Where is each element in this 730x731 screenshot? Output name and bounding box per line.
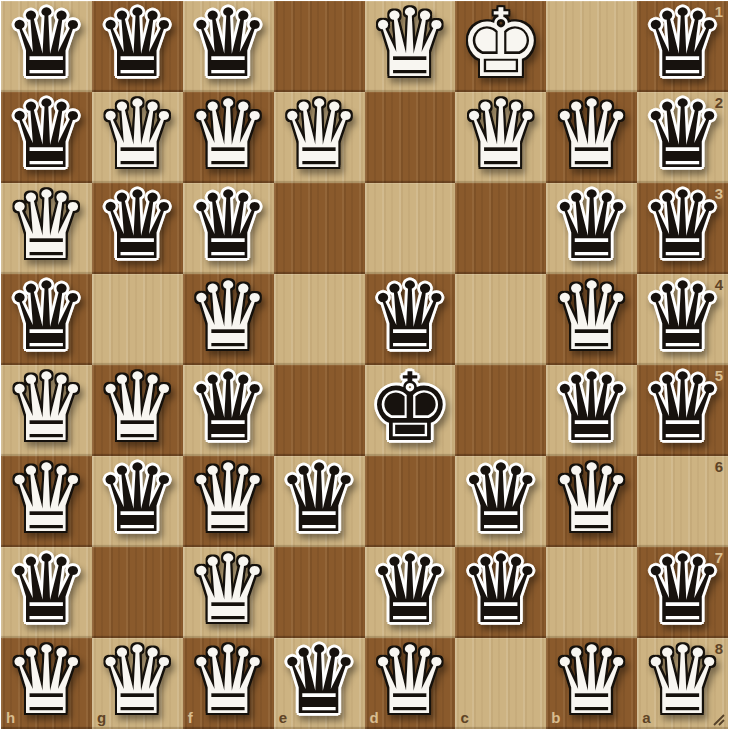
black-queen-piece[interactable]: ♛ [365,547,456,635]
white-queen-piece[interactable]: ♛ [92,365,183,453]
white-queen-piece[interactable]: ♛ [546,92,637,180]
black-queen-piece[interactable]: ♛ [1,547,92,635]
white-queen-piece[interactable]: ♛ [183,638,274,726]
black-queen-piece[interactable]: ♛ [1,1,92,89]
square-g1[interactable]: ♛ [92,1,183,92]
black-queen-piece[interactable]: ♛ [637,547,728,635]
square-f3[interactable]: ♛ [183,183,274,274]
white-queen-piece[interactable]: ♛ [183,92,274,180]
square-f5[interactable]: ♛ [183,365,274,456]
black-queen-piece[interactable]: ♛ [183,183,274,271]
square-g3[interactable]: ♛ [92,183,183,274]
black-king-piece[interactable]: ♚ [365,365,456,453]
square-g6[interactable]: ♛ [92,456,183,547]
black-queen-piece[interactable]: ♛ [455,456,546,544]
white-queen-piece[interactable]: ♛ [365,1,456,89]
square-b2[interactable]: ♛ [546,92,637,183]
square-e3[interactable] [274,183,365,274]
square-h1[interactable]: ♛ [1,1,92,92]
square-c7[interactable]: ♛ [455,547,546,638]
square-e6[interactable]: ♛ [274,456,365,547]
black-queen-piece[interactable]: ♛ [183,1,274,89]
black-queen-piece[interactable]: ♛ [637,1,728,89]
square-f7[interactable]: ♛ [183,547,274,638]
black-queen-piece[interactable]: ♛ [92,183,183,271]
square-e4[interactable] [274,274,365,365]
white-queen-piece[interactable]: ♛ [183,274,274,362]
square-a5[interactable]: ♛5 [637,365,728,456]
square-h2[interactable]: ♛ [1,92,92,183]
square-f2[interactable]: ♛ [183,92,274,183]
square-f6[interactable]: ♛ [183,456,274,547]
black-queen-piece[interactable]: ♛ [546,183,637,271]
square-d7[interactable]: ♛ [365,547,456,638]
black-queen-piece[interactable]: ♛ [1,274,92,362]
square-e7[interactable] [274,547,365,638]
rank-label-6: 6 [715,459,723,474]
square-f4[interactable]: ♛ [183,274,274,365]
square-d4[interactable]: ♛ [365,274,456,365]
square-g2[interactable]: ♛ [92,92,183,183]
square-b8[interactable]: ♛b [546,638,637,729]
square-b4[interactable]: ♛ [546,274,637,365]
square-b1[interactable] [546,1,637,92]
square-c4[interactable] [455,274,546,365]
black-queen-piece[interactable]: ♛ [1,92,92,180]
black-queen-piece[interactable]: ♛ [183,365,274,453]
white-queen-piece[interactable]: ♛ [546,456,637,544]
white-queen-piece[interactable]: ♛ [183,456,274,544]
black-queen-piece[interactable]: ♛ [637,183,728,271]
file-label-c: c [460,710,468,725]
square-g4[interactable] [92,274,183,365]
white-queen-piece[interactable]: ♛ [183,547,274,635]
chess-board: ♛♛♛♛♚♛1♛♛♛♛♛♛♛2♛♛♛♛♛3♛♛♛♛♛4♛♛♛♚♛♛5♛♛♛♛♛♛… [1,1,728,729]
square-c6[interactable]: ♛ [455,456,546,547]
square-d6[interactable] [365,456,456,547]
square-h6[interactable]: ♛ [1,456,92,547]
black-queen-piece[interactable]: ♛ [455,547,546,635]
square-f1[interactable]: ♛ [183,1,274,92]
square-a7[interactable]: ♛7 [637,547,728,638]
square-g8[interactable]: ♛g [92,638,183,729]
square-a4[interactable]: ♛4 [637,274,728,365]
white-queen-piece[interactable]: ♛ [546,274,637,362]
black-queen-piece[interactable]: ♛ [637,274,728,362]
square-b6[interactable]: ♛ [546,456,637,547]
chess-board-container: ♛♛♛♛♚♛1♛♛♛♛♛♛♛2♛♛♛♛♛3♛♛♛♛♛4♛♛♛♚♛♛5♛♛♛♛♛♛… [0,0,730,731]
black-queen-piece[interactable]: ♛ [274,456,365,544]
square-a6[interactable]: 6 [637,456,728,547]
square-c2[interactable]: ♛ [455,92,546,183]
square-a3[interactable]: ♛3 [637,183,728,274]
square-b5[interactable]: ♛ [546,365,637,456]
white-queen-piece[interactable]: ♛ [92,92,183,180]
white-queen-piece[interactable]: ♛ [92,638,183,726]
black-queen-piece[interactable]: ♛ [546,365,637,453]
resize-grip-icon[interactable] [711,712,725,726]
square-h3[interactable]: ♛ [1,183,92,274]
white-queen-piece[interactable]: ♛ [1,638,92,726]
square-g5[interactable]: ♛ [92,365,183,456]
square-d2[interactable] [365,92,456,183]
square-e8[interactable]: ♛e [274,638,365,729]
black-queen-piece[interactable]: ♛ [92,456,183,544]
square-e1[interactable] [274,1,365,92]
black-queen-piece[interactable]: ♛ [365,274,456,362]
square-c5[interactable] [455,365,546,456]
square-e2[interactable]: ♛ [274,92,365,183]
square-d8[interactable]: ♛d [365,638,456,729]
square-h7[interactable]: ♛ [1,547,92,638]
white-queen-piece[interactable]: ♛ [274,92,365,180]
white-queen-piece[interactable]: ♛ [1,183,92,271]
square-c3[interactable] [455,183,546,274]
white-queen-piece[interactable]: ♛ [455,92,546,180]
square-c1[interactable]: ♚ [455,1,546,92]
square-d5[interactable]: ♚ [365,365,456,456]
black-queen-piece[interactable]: ♛ [274,638,365,726]
square-e5[interactable] [274,365,365,456]
square-f8[interactable]: ♛f [183,638,274,729]
square-c8[interactable]: c [455,638,546,729]
square-h5[interactable]: ♛ [1,365,92,456]
white-king-piece[interactable]: ♚ [455,1,546,89]
square-g7[interactable] [92,547,183,638]
black-queen-piece[interactable]: ♛ [637,365,728,453]
square-b3[interactable]: ♛ [546,183,637,274]
white-queen-piece[interactable]: ♛ [365,638,456,726]
white-queen-piece[interactable]: ♛ [546,638,637,726]
square-h8[interactable]: ♛h [1,638,92,729]
square-a1[interactable]: ♛1 [637,1,728,92]
square-d1[interactable]: ♛ [365,1,456,92]
white-queen-piece[interactable]: ♛ [1,456,92,544]
black-queen-piece[interactable]: ♛ [637,92,728,180]
black-queen-piece[interactable]: ♛ [92,1,183,89]
square-a2[interactable]: ♛2 [637,92,728,183]
square-d3[interactable] [365,183,456,274]
square-b7[interactable] [546,547,637,638]
square-h4[interactable]: ♛ [1,274,92,365]
white-queen-piece[interactable]: ♛ [1,365,92,453]
